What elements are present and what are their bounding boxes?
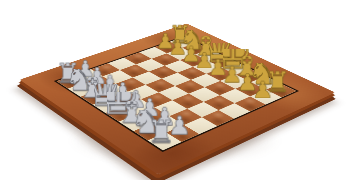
square-e1: ♚ xyxy=(106,106,138,122)
black-pawn-piece: ♟ xyxy=(156,29,175,48)
piece-glyph: ♟ xyxy=(75,61,95,77)
square-f4 xyxy=(172,94,203,109)
perspective-scene: ♜♞♝♛♚♝♞♜♟♟♟♟♟♟♟♟♟♟♟♟♟♟♟♟♜♞♝♛♚♝♞♜ xyxy=(0,0,350,180)
chess-set-photo: ♜♞♝♛♚♝♞♜♟♟♟♟♟♟♟♟♟♟♟♟♟♟♟♟♜♞♝♛♚♝♞♜ xyxy=(0,0,350,180)
chess-board: ♜♞♝♛♚♝♞♜♟♟♟♟♟♟♟♟♟♟♟♟♟♟♟♟♜♞♝♛♚♝♞♜ xyxy=(20,24,336,175)
black-bishop-piece: ♝ xyxy=(196,36,216,56)
white-rook-piece: ♜ xyxy=(57,62,78,83)
square-f7: ♟ xyxy=(221,75,251,89)
white-pawn-piece: ♟ xyxy=(75,56,96,77)
board-playing-field: ♜♞♝♛♚♝♞♜♟♟♟♟♟♟♟♟♟♟♟♟♟♟♟♟♜♞♝♛♚♝♞♜ xyxy=(54,36,299,152)
square-f8: ♝ xyxy=(236,69,265,82)
black-rook-piece: ♜ xyxy=(171,24,190,43)
piece-glyph: ♜ xyxy=(169,26,191,43)
piece-glyph: ♝ xyxy=(232,52,263,77)
black-knight-piece: ♞ xyxy=(252,63,273,84)
